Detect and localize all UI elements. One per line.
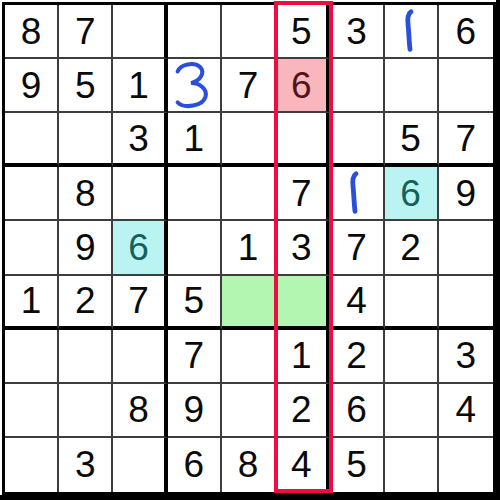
given-digit: 3: [128, 120, 149, 157]
cell-r6c8[interactable]: [385, 276, 439, 330]
board-frame-bottom: [0, 495, 500, 500]
board-frame-right: [496, 0, 500, 500]
cell-r7c6[interactable]: 1: [276, 330, 330, 384]
cell-r8c5[interactable]: [222, 384, 276, 438]
cell-r3c7[interactable]: [330, 113, 384, 167]
given-digit: 1: [128, 67, 149, 104]
cell-r8c9[interactable]: 4: [439, 384, 493, 438]
cell-r4c7[interactable]: [330, 167, 384, 221]
cell-r9c4[interactable]: 6: [168, 438, 222, 492]
cell-r9c5[interactable]: 8: [222, 438, 276, 492]
given-digit: 7: [456, 120, 477, 157]
given-digit: 3: [346, 13, 367, 50]
cell-r5c1[interactable]: [5, 221, 59, 275]
given-digit: 3: [75, 446, 96, 483]
given-digit: 8: [21, 13, 42, 50]
cell-r6c2[interactable]: 2: [59, 276, 113, 330]
given-digit: 2: [291, 391, 312, 428]
cell-r2c6[interactable]: 6: [276, 59, 330, 113]
cell-r3c5[interactable]: [222, 113, 276, 167]
cell-r5c2[interactable]: 9: [59, 221, 113, 275]
cell-r2c1[interactable]: 9: [5, 59, 59, 113]
cell-r6c7[interactable]: 4: [330, 276, 384, 330]
cell-r9c9[interactable]: [439, 438, 493, 492]
given-digit: 4: [346, 282, 367, 319]
given-digit: 9: [183, 391, 204, 428]
sudoku-board: 8753695176315787699613721275471238926436…: [0, 0, 500, 500]
cell-r9c6[interactable]: 4: [276, 438, 330, 492]
cell-r1c3[interactable]: [113, 5, 167, 59]
cell-r9c1[interactable]: [5, 438, 59, 492]
cell-r5c8[interactable]: 2: [385, 221, 439, 275]
cell-r3c1[interactable]: [5, 113, 59, 167]
cell-r1c5[interactable]: [222, 5, 276, 59]
cell-r3c8[interactable]: 5: [385, 113, 439, 167]
cell-r8c6[interactable]: 2: [276, 384, 330, 438]
given-digit: 7: [183, 337, 204, 374]
cell-r1c1[interactable]: 8: [5, 5, 59, 59]
cell-r1c2[interactable]: 7: [59, 5, 113, 59]
handwritten-digit-1: [330, 167, 382, 219]
cell-r6c9[interactable]: [439, 276, 493, 330]
cell-r5c4[interactable]: [168, 221, 222, 275]
given-digit: 5: [291, 13, 312, 50]
given-digit: 6: [183, 446, 204, 483]
cell-r8c4[interactable]: 9: [168, 384, 222, 438]
cell-r4c1[interactable]: [5, 167, 59, 221]
given-digit: 9: [21, 67, 42, 104]
cell-r8c8[interactable]: [385, 384, 439, 438]
cell-r8c1[interactable]: [5, 384, 59, 438]
sudoku-grid: 8753695176315787699613721275471238926436…: [2, 2, 496, 495]
given-digit: 8: [238, 446, 259, 483]
cell-r2c2[interactable]: 5: [59, 59, 113, 113]
cell-r2c8[interactable]: [385, 59, 439, 113]
cell-r9c2[interactable]: 3: [59, 438, 113, 492]
cell-r1c8[interactable]: [385, 5, 439, 59]
cell-r4c4[interactable]: [168, 167, 222, 221]
cell-r3c2[interactable]: [59, 113, 113, 167]
cell-r4c8[interactable]: 6: [385, 167, 439, 221]
cell-r6c1[interactable]: 1: [5, 276, 59, 330]
given-digit: 7: [128, 282, 149, 319]
cell-r7c1[interactable]: [5, 330, 59, 384]
cell-r3c4[interactable]: 1: [168, 113, 222, 167]
cell-r1c4[interactable]: [168, 5, 222, 59]
given-digit: 9: [456, 175, 477, 212]
cell-r9c3[interactable]: [113, 438, 167, 492]
given-digit: 1: [238, 229, 259, 266]
cell-r7c2[interactable]: [59, 330, 113, 384]
cell-r3c3[interactable]: 3: [113, 113, 167, 167]
cell-r1c7[interactable]: 3: [330, 5, 384, 59]
cell-r2c5[interactable]: 7: [222, 59, 276, 113]
cell-r4c3[interactable]: [113, 167, 167, 221]
cell-r5c5[interactable]: 1: [222, 221, 276, 275]
given-digit: 2: [400, 229, 421, 266]
cell-r8c3[interactable]: 8: [113, 384, 167, 438]
given-digit: 2: [346, 337, 367, 374]
given-digit: 5: [346, 446, 367, 483]
cell-r6c3[interactable]: 7: [113, 276, 167, 330]
given-digit: 1: [21, 282, 42, 319]
cell-r4c6[interactable]: 7: [276, 167, 330, 221]
cell-r5c9[interactable]: [439, 221, 493, 275]
given-digit: 9: [75, 229, 96, 266]
cell-r4c5[interactable]: [222, 167, 276, 221]
cell-r7c7[interactable]: 2: [330, 330, 384, 384]
cell-r7c8[interactable]: [385, 330, 439, 384]
cell-r7c3[interactable]: [113, 330, 167, 384]
hint-digit: 6: [128, 229, 149, 266]
given-digit: 1: [291, 337, 312, 374]
cell-r8c2[interactable]: [59, 384, 113, 438]
cell-r2c3[interactable]: 1: [113, 59, 167, 113]
cell-r7c4[interactable]: 7: [168, 330, 222, 384]
cell-r5c3[interactable]: 6: [113, 221, 167, 275]
cell-r7c9[interactable]: 3: [439, 330, 493, 384]
handwritten-digit-1: [385, 5, 437, 57]
given-digit: 7: [346, 229, 367, 266]
cell-r5c6[interactable]: 3: [276, 221, 330, 275]
error-digit: 6: [291, 67, 312, 104]
cell-r1c9[interactable]: 6: [439, 5, 493, 59]
cell-r3c6[interactable]: [276, 113, 330, 167]
hint-digit: 6: [400, 175, 421, 212]
given-digit: 4: [456, 391, 477, 428]
given-digit: 3: [291, 229, 312, 266]
given-digit: 5: [75, 67, 96, 104]
given-digit: 8: [75, 175, 96, 212]
cell-r6c5[interactable]: [222, 276, 276, 330]
given-digit: 5: [400, 120, 421, 157]
cell-r3c9[interactable]: 7: [439, 113, 493, 167]
cell-r2c7[interactable]: [330, 59, 384, 113]
cell-r8c7[interactable]: 6: [330, 384, 384, 438]
given-digit: 7: [75, 13, 96, 50]
given-digit: 6: [346, 391, 367, 428]
given-digit: 6: [456, 13, 477, 50]
given-digit: 5: [183, 282, 204, 319]
cell-r1c6[interactable]: 5: [276, 5, 330, 59]
given-digit: 3: [456, 337, 477, 374]
cell-r9c8[interactable]: [385, 438, 439, 492]
given-digit: 7: [238, 67, 259, 104]
handwritten-digit-3: [168, 59, 220, 111]
cell-r6c6[interactable]: [276, 276, 330, 330]
given-digit: 1: [183, 120, 204, 157]
cell-r2c9[interactable]: [439, 59, 493, 113]
given-digit: 7: [291, 175, 312, 212]
given-digit: 2: [75, 282, 96, 319]
cell-r4c2[interactable]: 8: [59, 167, 113, 221]
cell-r4c9[interactable]: 9: [439, 167, 493, 221]
cell-r7c5[interactable]: [222, 330, 276, 384]
given-digit: 4: [291, 446, 312, 483]
cell-r6c4[interactable]: 5: [168, 276, 222, 330]
cell-r2c4[interactable]: [168, 59, 222, 113]
cell-r5c7[interactable]: 7: [330, 221, 384, 275]
given-digit: 8: [128, 391, 149, 428]
cell-r9c7[interactable]: 5: [330, 438, 384, 492]
